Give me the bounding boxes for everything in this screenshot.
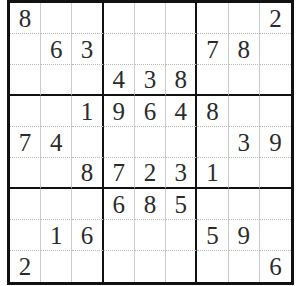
cell-r9c8[interactable] <box>229 251 260 282</box>
cell-r7c9[interactable] <box>260 189 291 220</box>
cell-r6c1[interactable] <box>10 158 41 189</box>
cell-r4c9[interactable] <box>260 96 291 127</box>
cell-r7c6[interactable]: 5 <box>166 189 197 220</box>
cell-r6c9[interactable] <box>260 158 291 189</box>
cell-r9c1[interactable]: 2 <box>10 251 41 282</box>
cell-r9c2[interactable] <box>41 251 72 282</box>
cell-r8c7[interactable]: 5 <box>197 220 228 251</box>
cell-r2c3[interactable]: 3 <box>72 34 103 65</box>
cell-r2c5[interactable] <box>135 34 166 65</box>
cell-r4c7[interactable]: 8 <box>197 96 228 127</box>
cell-r7c5[interactable]: 8 <box>135 189 166 220</box>
cell-r4c6[interactable]: 4 <box>166 96 197 127</box>
sudoku-page: 82637843819648743987231685165926 © PUZZL… <box>0 0 300 286</box>
cell-r3c3[interactable] <box>72 65 103 96</box>
cell-r2c4[interactable] <box>104 34 135 65</box>
cell-r1c3[interactable] <box>72 3 103 34</box>
cell-r8c5[interactable] <box>135 220 166 251</box>
cell-r3c4[interactable]: 4 <box>104 65 135 96</box>
cell-r9c5[interactable] <box>135 251 166 282</box>
cell-r9c7[interactable] <box>197 251 228 282</box>
cell-r2c7[interactable]: 7 <box>197 34 228 65</box>
cell-r2c6[interactable] <box>166 34 197 65</box>
cell-r7c4[interactable]: 6 <box>104 189 135 220</box>
cell-r7c2[interactable] <box>41 189 72 220</box>
cell-r6c8[interactable] <box>229 158 260 189</box>
cell-r3c9[interactable] <box>260 65 291 96</box>
cell-r2c8[interactable]: 8 <box>229 34 260 65</box>
cell-r5c1[interactable]: 7 <box>10 127 41 158</box>
cell-r2c2[interactable]: 6 <box>41 34 72 65</box>
cell-r3c6[interactable]: 8 <box>166 65 197 96</box>
cell-r6c3[interactable]: 8 <box>72 158 103 189</box>
cell-r4c8[interactable] <box>229 96 260 127</box>
cell-r9c4[interactable] <box>104 251 135 282</box>
cell-r7c8[interactable] <box>229 189 260 220</box>
cell-r5c6[interactable] <box>166 127 197 158</box>
cell-r4c4[interactable]: 9 <box>104 96 135 127</box>
cell-r5c2[interactable]: 4 <box>41 127 72 158</box>
cell-r6c7[interactable]: 1 <box>197 158 228 189</box>
cell-r5c9[interactable]: 9 <box>260 127 291 158</box>
cell-r6c6[interactable]: 3 <box>166 158 197 189</box>
cell-r7c3[interactable] <box>72 189 103 220</box>
cell-r3c7[interactable] <box>197 65 228 96</box>
cell-r3c8[interactable] <box>229 65 260 96</box>
cell-r1c1[interactable]: 8 <box>10 3 41 34</box>
sudoku-board: 82637843819648743987231685165926 <box>7 0 294 285</box>
cell-r1c2[interactable] <box>41 3 72 34</box>
cell-r6c2[interactable] <box>41 158 72 189</box>
cell-r5c8[interactable]: 3 <box>229 127 260 158</box>
cell-r8c8[interactable]: 9 <box>229 220 260 251</box>
cell-r6c4[interactable]: 7 <box>104 158 135 189</box>
cell-r1c9[interactable]: 2 <box>260 3 291 34</box>
cell-r3c2[interactable] <box>41 65 72 96</box>
cell-r5c7[interactable] <box>197 127 228 158</box>
cell-r5c4[interactable] <box>104 127 135 158</box>
cell-r3c5[interactable]: 3 <box>135 65 166 96</box>
cell-r7c1[interactable] <box>10 189 41 220</box>
cell-r8c6[interactable] <box>166 220 197 251</box>
cell-r8c1[interactable] <box>10 220 41 251</box>
cell-r8c2[interactable]: 1 <box>41 220 72 251</box>
cell-r4c3[interactable]: 1 <box>72 96 103 127</box>
cell-r1c6[interactable] <box>166 3 197 34</box>
cell-r4c2[interactable] <box>41 96 72 127</box>
cell-r6c5[interactable]: 2 <box>135 158 166 189</box>
cell-r5c5[interactable] <box>135 127 166 158</box>
cell-r1c5[interactable] <box>135 3 166 34</box>
cell-r9c3[interactable] <box>72 251 103 282</box>
cell-r4c5[interactable]: 6 <box>135 96 166 127</box>
cell-r1c7[interactable] <box>197 3 228 34</box>
cell-r8c9[interactable] <box>260 220 291 251</box>
cell-r5c3[interactable] <box>72 127 103 158</box>
cell-r2c9[interactable] <box>260 34 291 65</box>
cell-r4c1[interactable] <box>10 96 41 127</box>
cell-r7c7[interactable] <box>197 189 228 220</box>
cell-r3c1[interactable] <box>10 65 41 96</box>
cell-r8c4[interactable] <box>104 220 135 251</box>
cell-r9c6[interactable] <box>166 251 197 282</box>
cell-r9c9[interactable]: 6 <box>260 251 291 282</box>
cell-r8c3[interactable]: 6 <box>72 220 103 251</box>
cell-r1c8[interactable] <box>229 3 260 34</box>
cell-r2c1[interactable] <box>10 34 41 65</box>
cell-r1c4[interactable] <box>104 3 135 34</box>
